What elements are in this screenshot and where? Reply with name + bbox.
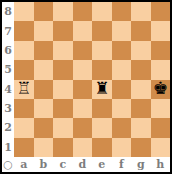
square-e6[interactable] — [92, 41, 112, 60]
square-e5[interactable] — [92, 60, 112, 79]
square-h4[interactable]: ♚ — [151, 80, 171, 99]
square-g4[interactable] — [131, 80, 151, 99]
square-f3[interactable] — [112, 99, 132, 118]
square-a2[interactable] — [14, 118, 34, 137]
square-d8[interactable] — [73, 2, 93, 21]
file-label-a: a — [14, 157, 34, 172]
file-label-d: d — [73, 157, 93, 172]
square-e3[interactable] — [92, 99, 112, 118]
square-a4[interactable]: ♖ — [14, 80, 34, 99]
square-g5[interactable] — [131, 60, 151, 79]
file-label-h: h — [151, 157, 171, 172]
square-e4[interactable]: ♜ — [92, 80, 112, 99]
square-g8[interactable] — [131, 2, 151, 21]
file-label-g: g — [131, 157, 151, 172]
square-d1[interactable] — [73, 138, 93, 157]
square-d4[interactable] — [73, 80, 93, 99]
square-f1[interactable] — [112, 138, 132, 157]
rank-label-5: 5 — [2, 60, 14, 79]
square-d2[interactable] — [73, 118, 93, 137]
square-d6[interactable] — [73, 41, 93, 60]
square-g1[interactable] — [131, 138, 151, 157]
square-a7[interactable] — [14, 21, 34, 40]
square-h2[interactable] — [151, 118, 171, 137]
rank-label-6: 6 — [2, 41, 14, 60]
square-a5[interactable] — [14, 60, 34, 79]
rank-label-7: 7 — [2, 21, 14, 40]
file-label-c: c — [53, 157, 73, 172]
square-f5[interactable] — [112, 60, 132, 79]
square-c6[interactable] — [53, 41, 73, 60]
rank-label-8: 8 — [2, 2, 14, 21]
square-b1[interactable] — [34, 138, 54, 157]
square-e7[interactable] — [92, 21, 112, 40]
square-h6[interactable] — [151, 41, 171, 60]
rank-label-3: 3 — [2, 99, 14, 118]
square-h5[interactable] — [151, 60, 171, 79]
white-rook[interactable]: ♖ — [16, 80, 31, 97]
square-b2[interactable] — [34, 118, 54, 137]
square-a6[interactable] — [14, 41, 34, 60]
square-b5[interactable] — [34, 60, 54, 79]
black-king[interactable]: ♚ — [153, 80, 168, 97]
square-h7[interactable] — [151, 21, 171, 40]
square-g7[interactable] — [131, 21, 151, 40]
square-g3[interactable] — [131, 99, 151, 118]
square-b4[interactable] — [34, 80, 54, 99]
white-to-move-indicator: ○ — [3, 159, 13, 170]
square-c3[interactable] — [53, 99, 73, 118]
square-e8[interactable] — [92, 2, 112, 21]
file-label-f: f — [112, 157, 132, 172]
square-b8[interactable] — [34, 2, 54, 21]
square-h8[interactable] — [151, 2, 171, 21]
square-c2[interactable] — [53, 118, 73, 137]
chess-diagram: 87654♖♜♚321○abcdefgh — [0, 0, 172, 174]
square-f2[interactable] — [112, 118, 132, 137]
square-d5[interactable] — [73, 60, 93, 79]
square-f8[interactable] — [112, 2, 132, 21]
square-g6[interactable] — [131, 41, 151, 60]
square-f6[interactable] — [112, 41, 132, 60]
rank-label-1: 1 — [2, 138, 14, 157]
square-d3[interactable] — [73, 99, 93, 118]
square-f7[interactable] — [112, 21, 132, 40]
square-h1[interactable] — [151, 138, 171, 157]
square-c7[interactable] — [53, 21, 73, 40]
square-c8[interactable] — [53, 2, 73, 21]
square-b3[interactable] — [34, 99, 54, 118]
square-b6[interactable] — [34, 41, 54, 60]
square-d7[interactable] — [73, 21, 93, 40]
square-a8[interactable] — [14, 2, 34, 21]
square-g2[interactable] — [131, 118, 151, 137]
file-label-b: b — [34, 157, 54, 172]
file-label-e: e — [92, 157, 112, 172]
square-e1[interactable] — [92, 138, 112, 157]
square-a1[interactable] — [14, 138, 34, 157]
square-a3[interactable] — [14, 99, 34, 118]
black-rook[interactable]: ♜ — [94, 80, 109, 97]
square-h3[interactable] — [151, 99, 171, 118]
square-e2[interactable] — [92, 118, 112, 137]
square-c1[interactable] — [53, 138, 73, 157]
square-f4[interactable] — [112, 80, 132, 99]
square-b7[interactable] — [34, 21, 54, 40]
rank-label-2: 2 — [2, 118, 14, 137]
square-c5[interactable] — [53, 60, 73, 79]
rank-label-4: 4 — [2, 80, 14, 99]
square-c4[interactable] — [53, 80, 73, 99]
chess-board: 87654♖♜♚321○abcdefgh — [2, 2, 170, 172]
turn-indicator-cell: ○ — [2, 157, 14, 172]
